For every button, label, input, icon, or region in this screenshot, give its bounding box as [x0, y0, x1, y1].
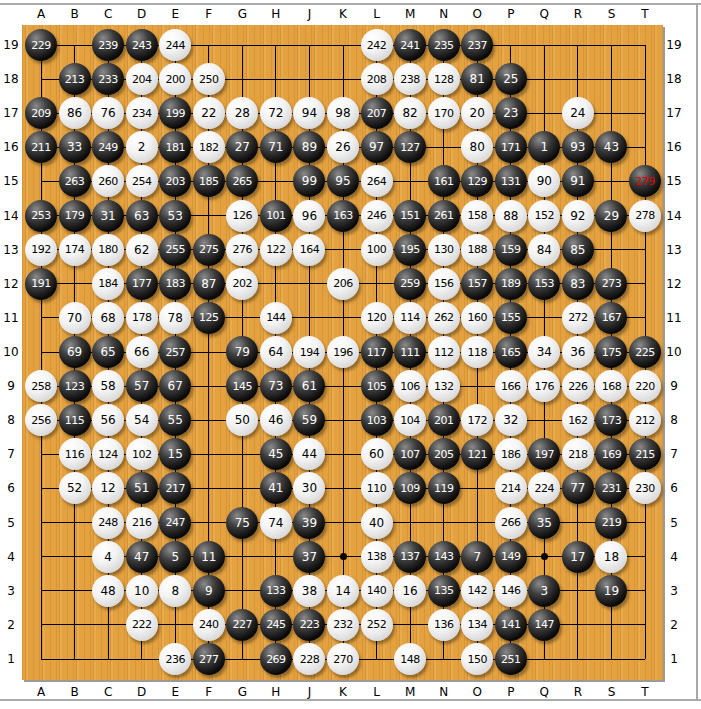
stone-M4[interactable]: 137: [394, 541, 426, 573]
stone-J8[interactable]: 59: [293, 404, 325, 436]
stone-R17[interactable]: 24: [562, 97, 594, 129]
stone-E11[interactable]: 78: [159, 302, 191, 334]
go-board[interactable]: 2292392432442422412352372132332042002502…: [22, 25, 663, 680]
stone-H3[interactable]: 133: [260, 575, 292, 607]
stone-D13[interactable]: 62: [126, 234, 158, 266]
stone-O19[interactable]: 237: [461, 29, 493, 61]
stone-H9[interactable]: 73: [260, 370, 292, 402]
stone-H1[interactable]: 269: [260, 643, 292, 675]
stone-E19[interactable]: 244: [159, 29, 191, 61]
stone-L9[interactable]: 105: [361, 370, 393, 402]
stone-J15[interactable]: 99: [293, 165, 325, 197]
move-number: 116: [65, 449, 85, 460]
stone-M16[interactable]: 127: [394, 131, 426, 163]
stone-D18[interactable]: 204: [126, 63, 158, 95]
stone-L4[interactable]: 138: [361, 541, 393, 573]
stone-K16[interactable]: 26: [327, 131, 359, 163]
move-number: 92: [570, 210, 585, 222]
stone-K2[interactable]: 232: [327, 609, 359, 641]
row-label-left-4: 4: [7, 550, 15, 564]
stone-N13[interactable]: 130: [428, 234, 460, 266]
stone-T10[interactable]: 225: [629, 336, 661, 368]
move-number: 163: [333, 210, 353, 221]
stone-O13[interactable]: 188: [461, 234, 493, 266]
stone-T15[interactable]: 279: [629, 165, 661, 197]
move-number: 197: [535, 449, 555, 460]
stone-A8[interactable]: 256: [25, 404, 57, 436]
stone-C13[interactable]: 180: [92, 234, 124, 266]
stone-F13[interactable]: 275: [193, 234, 225, 266]
stone-C6[interactable]: 12: [92, 472, 124, 504]
stone-C17[interactable]: 76: [92, 97, 124, 129]
col-label-bottom-N: N: [439, 685, 448, 699]
stone-D6[interactable]: 51: [126, 472, 158, 504]
stone-B16[interactable]: 33: [59, 131, 91, 163]
stone-R7[interactable]: 218: [562, 438, 594, 470]
move-number: 143: [434, 551, 454, 562]
stone-P14[interactable]: 88: [495, 200, 527, 232]
stone-B8[interactable]: 115: [59, 404, 91, 436]
stone-S14[interactable]: 29: [595, 200, 627, 232]
stone-M6[interactable]: 109: [394, 472, 426, 504]
stone-M1[interactable]: 148: [394, 643, 426, 675]
stone-D19[interactable]: 243: [126, 29, 158, 61]
stone-O1[interactable]: 150: [461, 643, 493, 675]
stone-D3[interactable]: 10: [126, 575, 158, 607]
stone-P11[interactable]: 155: [495, 302, 527, 334]
stone-J3[interactable]: 38: [293, 575, 325, 607]
stone-A12[interactable]: 191: [25, 268, 57, 300]
stone-T6[interactable]: 230: [629, 472, 661, 504]
stone-P15[interactable]: 131: [495, 165, 527, 197]
stone-R4[interactable]: 17: [562, 541, 594, 573]
stone-E7[interactable]: 15: [159, 438, 191, 470]
stone-M3[interactable]: 16: [394, 575, 426, 607]
stone-O16[interactable]: 80: [461, 131, 493, 163]
stone-E1[interactable]: 236: [159, 643, 191, 675]
move-number: 227: [233, 619, 253, 630]
stone-J13[interactable]: 164: [293, 234, 325, 266]
stone-A14[interactable]: 253: [25, 200, 57, 232]
stone-Q14[interactable]: 152: [528, 200, 560, 232]
move-number: 135: [434, 585, 454, 596]
stone-O15[interactable]: 129: [461, 165, 493, 197]
move-number: 29: [604, 210, 619, 222]
stone-O14[interactable]: 158: [461, 200, 493, 232]
stone-P7[interactable]: 186: [495, 438, 527, 470]
move-number: 176: [535, 381, 555, 392]
stone-G13[interactable]: 276: [226, 234, 258, 266]
stone-M7[interactable]: 107: [394, 438, 426, 470]
stone-A9[interactable]: 258: [25, 370, 57, 402]
stone-O4[interactable]: 7: [461, 541, 493, 573]
stone-B15[interactable]: 263: [59, 165, 91, 197]
stone-C3[interactable]: 48: [92, 575, 124, 607]
stone-P8[interactable]: 32: [495, 404, 527, 436]
stone-C16[interactable]: 249: [92, 131, 124, 163]
stone-Q16[interactable]: 1: [528, 131, 560, 163]
stone-O11[interactable]: 160: [461, 302, 493, 334]
stone-Q10[interactable]: 34: [528, 336, 560, 368]
stone-H11[interactable]: 144: [260, 302, 292, 334]
stone-L5[interactable]: 40: [361, 507, 393, 539]
move-number: 55: [168, 414, 183, 426]
stone-R8[interactable]: 162: [562, 404, 594, 436]
stone-F3[interactable]: 9: [193, 575, 225, 607]
stone-B6[interactable]: 52: [59, 472, 91, 504]
col-label-bottom-E: E: [171, 685, 179, 699]
stone-R12[interactable]: 83: [562, 268, 594, 300]
stone-S12[interactable]: 273: [595, 268, 627, 300]
stone-Q12[interactable]: 153: [528, 268, 560, 300]
stone-M9[interactable]: 106: [394, 370, 426, 402]
stone-L3[interactable]: 140: [361, 575, 393, 607]
stone-E3[interactable]: 8: [159, 575, 191, 607]
stone-R13[interactable]: 85: [562, 234, 594, 266]
stone-Q5[interactable]: 35: [528, 507, 560, 539]
stone-S8[interactable]: 173: [595, 404, 627, 436]
move-number: 134: [467, 619, 487, 630]
stone-O8[interactable]: 172: [461, 404, 493, 436]
stone-C8[interactable]: 56: [92, 404, 124, 436]
stone-L17[interactable]: 207: [361, 97, 393, 129]
stone-D11[interactable]: 178: [126, 302, 158, 334]
stone-H2[interactable]: 245: [260, 609, 292, 641]
stone-S5[interactable]: 219: [595, 507, 627, 539]
stone-B11[interactable]: 70: [59, 302, 91, 334]
move-number: 174: [65, 244, 85, 255]
stone-P12[interactable]: 189: [495, 268, 527, 300]
stone-P6[interactable]: 214: [495, 472, 527, 504]
stone-G8[interactable]: 50: [226, 404, 258, 436]
stone-M11[interactable]: 114: [394, 302, 426, 334]
stone-H6[interactable]: 41: [260, 472, 292, 504]
stone-E13[interactable]: 255: [159, 234, 191, 266]
stone-G10[interactable]: 79: [226, 336, 258, 368]
stone-A17[interactable]: 209: [25, 97, 57, 129]
stone-E15[interactable]: 203: [159, 165, 191, 197]
stone-E8[interactable]: 55: [159, 404, 191, 436]
stone-T14[interactable]: 278: [629, 200, 661, 232]
stone-B9[interactable]: 123: [59, 370, 91, 402]
stone-C9[interactable]: 58: [92, 370, 124, 402]
stone-C14[interactable]: 31: [92, 200, 124, 232]
stone-T9[interactable]: 220: [629, 370, 661, 402]
move-number: 20: [470, 107, 485, 119]
stone-G5[interactable]: 75: [226, 507, 258, 539]
stone-J1[interactable]: 228: [293, 643, 325, 675]
stone-D10[interactable]: 66: [126, 336, 158, 368]
col-label-top-M: M: [405, 7, 415, 21]
stone-D2[interactable]: 222: [126, 609, 158, 641]
stone-L16[interactable]: 97: [361, 131, 393, 163]
stone-J17[interactable]: 94: [293, 97, 325, 129]
stone-K14[interactable]: 163: [327, 200, 359, 232]
stone-T8[interactable]: 212: [629, 404, 661, 436]
stone-G17[interactable]: 28: [226, 97, 258, 129]
move-number: 50: [235, 414, 250, 426]
stone-D5[interactable]: 216: [126, 507, 158, 539]
stone-O3[interactable]: 142: [461, 575, 493, 607]
stone-E5[interactable]: 247: [159, 507, 191, 539]
stone-Q3[interactable]: 3: [528, 575, 560, 607]
stone-R16[interactable]: 93: [562, 131, 594, 163]
stone-R10[interactable]: 36: [562, 336, 594, 368]
stone-P1[interactable]: 251: [495, 643, 527, 675]
stone-N4[interactable]: 143: [428, 541, 460, 573]
stone-D12[interactable]: 177: [126, 268, 158, 300]
stone-O12[interactable]: 157: [461, 268, 493, 300]
window-divider-top: [0, 3, 701, 5]
stone-P18[interactable]: 25: [495, 63, 527, 95]
stone-H13[interactable]: 122: [260, 234, 292, 266]
stone-L19[interactable]: 242: [361, 29, 393, 61]
stone-H17[interactable]: 72: [260, 97, 292, 129]
col-label-top-H: H: [271, 7, 280, 21]
stone-R14[interactable]: 92: [562, 200, 594, 232]
stone-O18[interactable]: 81: [461, 63, 493, 95]
stone-J9[interactable]: 61: [293, 370, 325, 402]
stone-M19[interactable]: 241: [394, 29, 426, 61]
stone-D15[interactable]: 254: [126, 165, 158, 197]
stone-G15[interactable]: 265: [226, 165, 258, 197]
stone-P5[interactable]: 266: [495, 507, 527, 539]
stone-L2[interactable]: 252: [361, 609, 393, 641]
row-label-left-5: 5: [7, 516, 15, 530]
stone-J7[interactable]: 44: [293, 438, 325, 470]
stone-N15[interactable]: 161: [428, 165, 460, 197]
stone-N10[interactable]: 112: [428, 336, 460, 368]
stone-D7[interactable]: 102: [126, 438, 158, 470]
stone-E14[interactable]: 53: [159, 200, 191, 232]
stone-J6[interactable]: 30: [293, 472, 325, 504]
stone-P2[interactable]: 141: [495, 609, 527, 641]
stone-K12[interactable]: 206: [327, 268, 359, 300]
stone-N18[interactable]: 128: [428, 63, 460, 95]
row-label-left-11: 11: [3, 311, 18, 325]
stone-G16[interactable]: 27: [226, 131, 258, 163]
stone-K17[interactable]: 98: [327, 97, 359, 129]
stone-P9[interactable]: 166: [495, 370, 527, 402]
stone-N9[interactable]: 132: [428, 370, 460, 402]
stone-O7[interactable]: 121: [461, 438, 493, 470]
stone-J4[interactable]: 37: [293, 541, 325, 573]
stone-H5[interactable]: 74: [260, 507, 292, 539]
stone-G14[interactable]: 126: [226, 200, 258, 232]
stone-B17[interactable]: 86: [59, 97, 91, 129]
stone-N11[interactable]: 262: [428, 302, 460, 334]
stone-C10[interactable]: 65: [92, 336, 124, 368]
stone-B10[interactable]: 69: [59, 336, 91, 368]
stone-L8[interactable]: 103: [361, 404, 393, 436]
stone-N2[interactable]: 136: [428, 609, 460, 641]
stone-D9[interactable]: 57: [126, 370, 158, 402]
stone-P17[interactable]: 23: [495, 97, 527, 129]
stone-L15[interactable]: 264: [361, 165, 393, 197]
stone-P4[interactable]: 149: [495, 541, 527, 573]
stone-S10[interactable]: 175: [595, 336, 627, 368]
stone-C15[interactable]: 260: [92, 165, 124, 197]
stone-A13[interactable]: 192: [25, 234, 57, 266]
stone-K15[interactable]: 95: [327, 165, 359, 197]
stone-E9[interactable]: 67: [159, 370, 191, 402]
stone-L18[interactable]: 208: [361, 63, 393, 95]
stone-J5[interactable]: 39: [293, 507, 325, 539]
stone-M14[interactable]: 151: [394, 200, 426, 232]
stone-Q9[interactable]: 176: [528, 370, 560, 402]
stone-R6[interactable]: 77: [562, 472, 594, 504]
stone-H7[interactable]: 45: [260, 438, 292, 470]
stone-L13[interactable]: 100: [361, 234, 393, 266]
move-number: 110: [367, 483, 387, 494]
stone-O10[interactable]: 118: [461, 336, 493, 368]
move-number: 132: [434, 381, 454, 392]
stone-R11[interactable]: 272: [562, 302, 594, 334]
stone-J2[interactable]: 223: [293, 609, 325, 641]
stone-B18[interactable]: 213: [59, 63, 91, 95]
stone-N3[interactable]: 135: [428, 575, 460, 607]
stone-M18[interactable]: 238: [394, 63, 426, 95]
stone-E10[interactable]: 257: [159, 336, 191, 368]
stone-F17[interactable]: 22: [193, 97, 225, 129]
stone-D4[interactable]: 47: [126, 541, 158, 573]
row-label-right-1: 1: [670, 652, 678, 666]
move-number: 103: [367, 415, 387, 426]
stone-G2[interactable]: 227: [226, 609, 258, 641]
stone-R15[interactable]: 91: [562, 165, 594, 197]
row-label-right-18: 18: [666, 72, 681, 86]
stone-S16[interactable]: 43: [595, 131, 627, 163]
stone-Q7[interactable]: 197: [528, 438, 560, 470]
stone-L11[interactable]: 120: [361, 302, 393, 334]
stone-L14[interactable]: 246: [361, 200, 393, 232]
stone-F1[interactable]: 277: [193, 643, 225, 675]
stone-D16[interactable]: 2: [126, 131, 158, 163]
stone-J16[interactable]: 89: [293, 131, 325, 163]
stone-B7[interactable]: 116: [59, 438, 91, 470]
stone-P10[interactable]: 165: [495, 336, 527, 368]
stone-A19[interactable]: 229: [25, 29, 57, 61]
move-number: 84: [537, 244, 552, 256]
stone-T7[interactable]: 215: [629, 438, 661, 470]
stone-L10[interactable]: 117: [361, 336, 393, 368]
stone-L7[interactable]: 60: [361, 438, 393, 470]
stone-G12[interactable]: 202: [226, 268, 258, 300]
stone-F11[interactable]: 125: [193, 302, 225, 334]
stone-N19[interactable]: 235: [428, 29, 460, 61]
move-number: 258: [31, 381, 51, 392]
stone-N8[interactable]: 201: [428, 404, 460, 436]
stone-S4[interactable]: 18: [595, 541, 627, 573]
stone-H16[interactable]: 71: [260, 131, 292, 163]
stone-H14[interactable]: 101: [260, 200, 292, 232]
stone-M12[interactable]: 259: [394, 268, 426, 300]
stone-S7[interactable]: 169: [595, 438, 627, 470]
stone-N6[interactable]: 119: [428, 472, 460, 504]
stone-B13[interactable]: 174: [59, 234, 91, 266]
stone-C5[interactable]: 248: [92, 507, 124, 539]
stone-P16[interactable]: 171: [495, 131, 527, 163]
stone-K10[interactable]: 196: [327, 336, 359, 368]
stone-E17[interactable]: 199: [159, 97, 191, 129]
stone-D17[interactable]: 234: [126, 97, 158, 129]
stone-P3[interactable]: 146: [495, 575, 527, 607]
stone-S11[interactable]: 167: [595, 302, 627, 334]
move-number: 195: [400, 244, 420, 255]
stone-O17[interactable]: 20: [461, 97, 493, 129]
stone-Q13[interactable]: 84: [528, 234, 560, 266]
stone-E6[interactable]: 217: [159, 472, 191, 504]
move-number: 109: [400, 483, 420, 494]
stone-F16[interactable]: 182: [193, 131, 225, 163]
stone-F18[interactable]: 250: [193, 63, 225, 95]
stone-N7[interactable]: 205: [428, 438, 460, 470]
stone-S6[interactable]: 231: [595, 472, 627, 504]
stone-H8[interactable]: 46: [260, 404, 292, 436]
stone-N14[interactable]: 261: [428, 200, 460, 232]
stone-M8[interactable]: 104: [394, 404, 426, 436]
stone-Q2[interactable]: 147: [528, 609, 560, 641]
stone-F12[interactable]: 87: [193, 268, 225, 300]
move-number: 54: [134, 414, 149, 426]
stone-Q6[interactable]: 224: [528, 472, 560, 504]
stone-O2[interactable]: 134: [461, 609, 493, 641]
stone-C7[interactable]: 124: [92, 438, 124, 470]
window-divider-right: [696, 3, 698, 701]
stone-C4[interactable]: 4: [92, 541, 124, 573]
stone-A16[interactable]: 211: [25, 131, 57, 163]
stone-K3[interactable]: 14: [327, 575, 359, 607]
stone-J10[interactable]: 194: [293, 336, 325, 368]
stone-M17[interactable]: 82: [394, 97, 426, 129]
stone-S3[interactable]: 19: [595, 575, 627, 607]
stone-N17[interactable]: 170: [428, 97, 460, 129]
move-number: 63: [134, 210, 149, 222]
stone-R9[interactable]: 226: [562, 370, 594, 402]
stone-Q15[interactable]: 90: [528, 165, 560, 197]
stone-L6[interactable]: 110: [361, 472, 393, 504]
stone-E4[interactable]: 5: [159, 541, 191, 573]
stone-C18[interactable]: 233: [92, 63, 124, 95]
stone-E16[interactable]: 181: [159, 131, 191, 163]
move-number: 51: [134, 482, 149, 494]
stone-J14[interactable]: 96: [293, 200, 325, 232]
stone-B14[interactable]: 179: [59, 200, 91, 232]
stone-D8[interactable]: 54: [126, 404, 158, 436]
stone-E18[interactable]: 200: [159, 63, 191, 95]
stone-C11[interactable]: 68: [92, 302, 124, 334]
stone-H10[interactable]: 64: [260, 336, 292, 368]
stone-M10[interactable]: 111: [394, 336, 426, 368]
stone-P13[interactable]: 159: [495, 234, 527, 266]
stone-G9[interactable]: 145: [226, 370, 258, 402]
col-label-bottom-A: A: [37, 685, 45, 699]
stone-E12[interactable]: 183: [159, 268, 191, 300]
stone-N12[interactable]: 156: [428, 268, 460, 300]
stone-C19[interactable]: 239: [92, 29, 124, 61]
move-number: 276: [233, 244, 253, 255]
stone-F4[interactable]: 11: [193, 541, 225, 573]
stone-F2[interactable]: 240: [193, 609, 225, 641]
stone-C12[interactable]: 184: [92, 268, 124, 300]
stone-F15[interactable]: 185: [193, 165, 225, 197]
stone-D14[interactable]: 63: [126, 200, 158, 232]
stone-M13[interactable]: 195: [394, 234, 426, 266]
move-number: 237: [467, 40, 487, 51]
stone-S9[interactable]: 168: [595, 370, 627, 402]
move-number: 37: [302, 551, 317, 563]
stone-K1[interactable]: 270: [327, 643, 359, 675]
